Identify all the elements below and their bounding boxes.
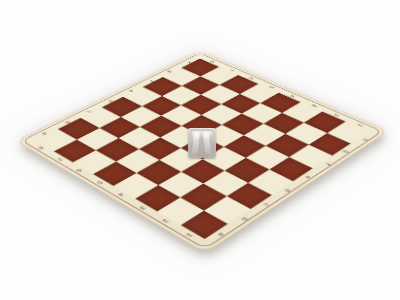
center-gray-cube bbox=[188, 128, 216, 158]
photo-background: 87654321 87654321 hgfedcba hgfedcba bbox=[0, 0, 400, 300]
cube-highlight bbox=[192, 131, 200, 154]
